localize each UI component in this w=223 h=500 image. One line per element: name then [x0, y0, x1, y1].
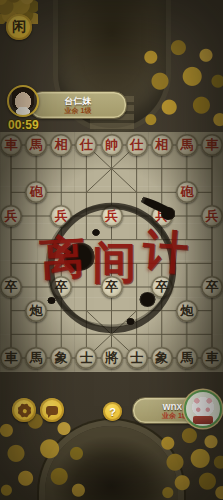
piece-red-r3c6[interactable]: 兵 [151, 205, 173, 227]
piece-black-r6c6[interactable]: 卒 [151, 276, 173, 298]
piece-black-r6c0[interactable]: 卒 [0, 276, 22, 298]
board-grid [0, 132, 223, 372]
cat-mascot-icon [186, 392, 220, 426]
opponent-name: 台仁妹 [65, 96, 92, 107]
stone-arch-bottom [45, 426, 178, 500]
xiangqi-board[interactable]: 車馬相仕帥仕相馬車砲砲兵兵兵兵兵卒卒卒卒卒炮炮車馬象士將士象馬車 [0, 132, 223, 372]
piece-black-r7c1[interactable]: 炮 [25, 300, 47, 322]
piece-black-r6c4[interactable]: 卒 [101, 276, 123, 298]
piece-black-r9c5[interactable]: 士 [126, 347, 148, 369]
app-badge-button[interactable]: 闲 [6, 14, 32, 40]
opponent-timer: 00:59 [8, 118, 39, 132]
piece-black-r9c4[interactable]: 將 [101, 347, 123, 369]
piece-black-r7c7[interactable]: 炮 [176, 300, 198, 322]
piece-black-r9c8[interactable]: 車 [201, 347, 223, 369]
piece-red-r0c5[interactable]: 仕 [126, 134, 148, 156]
piece-black-r9c7[interactable]: 馬 [176, 347, 198, 369]
player-avatar[interactable] [184, 390, 222, 428]
piece-black-r9c1[interactable]: 馬 [25, 347, 47, 369]
piece-red-r3c0[interactable]: 兵 [0, 205, 22, 227]
piece-red-r3c8[interactable]: 兵 [201, 205, 223, 227]
chat-button[interactable] [40, 398, 64, 422]
settings-button[interactable] [12, 398, 36, 422]
piece-red-r0c4[interactable]: 帥 [101, 134, 123, 156]
opponent-avatar[interactable] [7, 85, 39, 117]
piece-red-r0c6[interactable]: 相 [151, 134, 173, 156]
piece-red-r0c0[interactable]: 車 [0, 134, 22, 156]
piece-black-r6c8[interactable]: 卒 [201, 276, 223, 298]
piece-black-r9c6[interactable]: 象 [151, 347, 173, 369]
chat-bubble-icon [46, 406, 58, 415]
opponent-plate: 台仁妹 业余 1级 [29, 91, 127, 119]
piece-red-r0c7[interactable]: 馬 [176, 134, 198, 156]
piece-black-r9c0[interactable]: 車 [0, 347, 22, 369]
piece-red-r0c1[interactable]: 馬 [25, 134, 47, 156]
piece-red-r3c4[interactable]: 兵 [101, 205, 123, 227]
help-button[interactable]: ? [103, 402, 122, 421]
piece-red-r0c8[interactable]: 車 [201, 134, 223, 156]
help-icon: ? [109, 406, 116, 418]
game-screen: 闲 台仁妹 业余 1级 00:59 車馬相仕帥仕相馬車砲砲兵兵兵兵兵卒卒卒卒卒炮… [0, 0, 223, 500]
gear-icon [17, 403, 31, 417]
opponent-rank: 业余 1级 [65, 107, 92, 115]
app-badge-icon: 闲 [12, 18, 26, 36]
